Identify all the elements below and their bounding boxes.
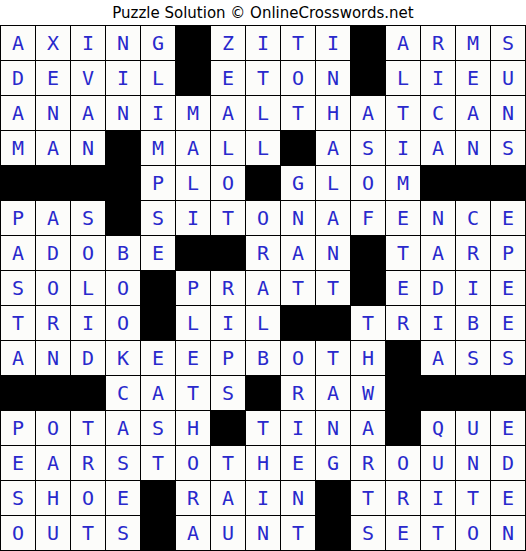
letter-cell-r9c2: R: [36, 306, 70, 340]
letter-cell-r1c9: T: [281, 26, 315, 60]
letter-cell-r12c9: I: [281, 411, 315, 445]
letter-cell-r4c13: A: [421, 131, 455, 165]
letter-cell-r5c12: M: [386, 166, 420, 200]
letter-cell-r13c7: T: [211, 446, 245, 480]
block-cell-r5c2: [36, 166, 70, 200]
block-cell-r11c1: [1, 376, 35, 410]
letter-cell-r1c8: I: [246, 26, 280, 60]
letter-cell-r11c11: W: [351, 376, 385, 410]
letter-cell-r8c10: T: [316, 271, 350, 305]
block-cell-r9c5: [141, 306, 175, 340]
block-cell-r5c14: [456, 166, 490, 200]
letter-cell-r14c4: E: [106, 481, 140, 515]
block-cell-r7c11: [351, 236, 385, 270]
letter-cell-r3c3: A: [71, 96, 105, 130]
letter-cell-r13c15: D: [491, 446, 525, 480]
letter-cell-r12c15: E: [491, 411, 525, 445]
letter-cell-r13c4: S: [106, 446, 140, 480]
letter-cell-r14c8: I: [246, 481, 280, 515]
letter-cell-r4c8: L: [246, 131, 280, 165]
letter-cell-r9c6: L: [176, 306, 210, 340]
letter-cell-r12c4: A: [106, 411, 140, 445]
letter-cell-r6c5: S: [141, 201, 175, 235]
letter-cell-r7c10: N: [316, 236, 350, 270]
letter-cell-r1c1: A: [1, 26, 35, 60]
letter-cell-r5c9: G: [281, 166, 315, 200]
block-cell-r1c11: [351, 26, 385, 60]
letter-cell-r12c3: T: [71, 411, 105, 445]
letter-cell-r3c14: A: [456, 96, 490, 130]
letter-cell-r9c15: E: [491, 306, 525, 340]
letter-cell-r11c10: A: [316, 376, 350, 410]
block-cell-r5c13: [421, 166, 455, 200]
letter-cell-r4c1: M: [1, 131, 35, 165]
letter-cell-r3c13: C: [421, 96, 455, 130]
letter-cell-r7c4: B: [106, 236, 140, 270]
letter-cell-r6c1: P: [1, 201, 35, 235]
block-cell-r5c8: [246, 166, 280, 200]
block-cell-r12c7: [211, 411, 245, 445]
letter-cell-r1c2: X: [36, 26, 70, 60]
letter-cell-r8c9: T: [281, 271, 315, 305]
letter-cell-r12c14: U: [456, 411, 490, 445]
block-cell-r8c5: [141, 271, 175, 305]
letter-cell-r11c4: C: [106, 376, 140, 410]
block-cell-r4c4: [106, 131, 140, 165]
letter-cell-r14c6: R: [176, 481, 210, 515]
letter-cell-r15c15: N: [491, 516, 525, 550]
letter-cell-r14c15: E: [491, 481, 525, 515]
letter-cell-r1c10: I: [316, 26, 350, 60]
block-cell-r11c2: [36, 376, 70, 410]
letter-cell-r6c14: C: [456, 201, 490, 235]
letter-cell-r10c2: N: [36, 341, 70, 375]
letter-cell-r8c13: D: [421, 271, 455, 305]
letter-cell-r12c1: P: [1, 411, 35, 445]
block-cell-r12c12: [386, 411, 420, 445]
letter-cell-r13c2: A: [36, 446, 70, 480]
letter-cell-r2c10: N: [316, 61, 350, 95]
letter-cell-r9c1: T: [1, 306, 35, 340]
letter-cell-r7c15: P: [491, 236, 525, 270]
letter-cell-r10c4: K: [106, 341, 140, 375]
letter-cell-r3c1: A: [1, 96, 35, 130]
block-cell-r5c4: [106, 166, 140, 200]
letter-cell-r10c5: E: [141, 341, 175, 375]
letter-cell-r4c2: A: [36, 131, 70, 165]
letter-cell-r1c13: R: [421, 26, 455, 60]
block-cell-r5c3: [71, 166, 105, 200]
letter-cell-r6c8: O: [246, 201, 280, 235]
block-cell-r2c6: [176, 61, 210, 95]
letter-cell-r3c4: N: [106, 96, 140, 130]
letter-cell-r5c6: L: [176, 166, 210, 200]
letter-cell-r9c11: T: [351, 306, 385, 340]
block-cell-r9c10: [316, 306, 350, 340]
block-cell-r5c1: [1, 166, 35, 200]
block-cell-r14c5: [141, 481, 175, 515]
letter-cell-r3c7: A: [211, 96, 245, 130]
letter-cell-r8c3: L: [71, 271, 105, 305]
block-cell-r11c12: [386, 376, 420, 410]
block-cell-r15c5: [141, 516, 175, 550]
letter-cell-r5c7: O: [211, 166, 245, 200]
letter-cell-r4c12: I: [386, 131, 420, 165]
letter-cell-r13c6: O: [176, 446, 210, 480]
letter-cell-r14c3: O: [71, 481, 105, 515]
letter-cell-r15c4: S: [106, 516, 140, 550]
letter-cell-r11c9: R: [281, 376, 315, 410]
letter-cell-r14c14: T: [456, 481, 490, 515]
letter-cell-r15c7: U: [211, 516, 245, 550]
letter-cell-r8c8: A: [246, 271, 280, 305]
letter-cell-r5c11: O: [351, 166, 385, 200]
block-cell-r11c15: [491, 376, 525, 410]
letter-cell-r4c14: N: [456, 131, 490, 165]
letter-cell-r7c13: A: [421, 236, 455, 270]
letter-cell-r9c7: I: [211, 306, 245, 340]
letter-cell-r12c2: O: [36, 411, 70, 445]
letter-cell-r15c8: N: [246, 516, 280, 550]
letter-cell-r2c7: E: [211, 61, 245, 95]
letter-cell-r1c4: N: [106, 26, 140, 60]
letter-cell-r3c9: T: [281, 96, 315, 130]
letter-cell-r2c1: D: [1, 61, 35, 95]
letter-cell-r2c4: I: [106, 61, 140, 95]
block-cell-r6c4: [106, 201, 140, 235]
letter-cell-r10c3: D: [71, 341, 105, 375]
letter-cell-r12c11: A: [351, 411, 385, 445]
block-cell-r1c6: [176, 26, 210, 60]
block-cell-r9c9: [281, 306, 315, 340]
letter-cell-r6c9: N: [281, 201, 315, 235]
letter-cell-r15c3: T: [71, 516, 105, 550]
letter-cell-r2c9: O: [281, 61, 315, 95]
letter-cell-r13c5: T: [141, 446, 175, 480]
letter-cell-r2c12: L: [386, 61, 420, 95]
letter-cell-r9c8: L: [246, 306, 280, 340]
block-cell-r14c10: [316, 481, 350, 515]
letter-cell-r12c6: H: [176, 411, 210, 445]
letter-cell-r9c3: I: [71, 306, 105, 340]
block-cell-r15c10: [316, 516, 350, 550]
letter-cell-r6c10: A: [316, 201, 350, 235]
block-cell-r4c9: [281, 131, 315, 165]
letter-cell-r4c11: S: [351, 131, 385, 165]
letter-cell-r2c15: U: [491, 61, 525, 95]
letter-cell-r15c11: S: [351, 516, 385, 550]
letter-cell-r2c8: T: [246, 61, 280, 95]
letter-cell-r12c13: Q: [421, 411, 455, 445]
letter-cell-r8c7: R: [211, 271, 245, 305]
letter-cell-r15c1: O: [1, 516, 35, 550]
letter-cell-r8c6: P: [176, 271, 210, 305]
letter-cell-r7c2: D: [36, 236, 70, 270]
block-cell-r2c11: [351, 61, 385, 95]
letter-cell-r2c14: E: [456, 61, 490, 95]
letter-cell-r7c8: R: [246, 236, 280, 270]
letter-cell-r8c4: O: [106, 271, 140, 305]
letter-cell-r3c5: I: [141, 96, 175, 130]
letter-cell-r9c14: B: [456, 306, 490, 340]
letter-cell-r10c1: A: [1, 341, 35, 375]
block-cell-r11c13: [421, 376, 455, 410]
letter-cell-r14c12: R: [386, 481, 420, 515]
letter-cell-r9c13: I: [421, 306, 455, 340]
letter-cell-r12c5: S: [141, 411, 175, 445]
letter-cell-r4c10: A: [316, 131, 350, 165]
block-cell-r8c11: [351, 271, 385, 305]
letter-cell-r15c12: E: [386, 516, 420, 550]
letter-cell-r6c2: A: [36, 201, 70, 235]
letter-cell-r3c8: L: [246, 96, 280, 130]
block-cell-r7c6: [176, 236, 210, 270]
letter-cell-r7c14: R: [456, 236, 490, 270]
letter-cell-r3c6: M: [176, 96, 210, 130]
letter-cell-r11c7: S: [211, 376, 245, 410]
letter-cell-r10c11: H: [351, 341, 385, 375]
letter-cell-r11c5: A: [141, 376, 175, 410]
letter-cell-r13c9: E: [281, 446, 315, 480]
letter-cell-r8c15: E: [491, 271, 525, 305]
puzzle-solution-page: Puzzle Solution © OnlineCrosswords.net A…: [0, 0, 526, 551]
letter-cell-r14c9: N: [281, 481, 315, 515]
letter-cell-r13c10: G: [316, 446, 350, 480]
letter-cell-r8c2: O: [36, 271, 70, 305]
letter-cell-r1c15: S: [491, 26, 525, 60]
letter-cell-r10c10: T: [316, 341, 350, 375]
letter-cell-r2c5: L: [141, 61, 175, 95]
letter-cell-r4c15: S: [491, 131, 525, 165]
letter-cell-r1c5: G: [141, 26, 175, 60]
letter-cell-r15c13: T: [421, 516, 455, 550]
letter-cell-r6c12: E: [386, 201, 420, 235]
letter-cell-r15c14: O: [456, 516, 490, 550]
letter-cell-r2c2: E: [36, 61, 70, 95]
letter-cell-r12c10: N: [316, 411, 350, 445]
letter-cell-r3c12: T: [386, 96, 420, 130]
letter-cell-r13c12: O: [386, 446, 420, 480]
letter-cell-r14c7: A: [211, 481, 245, 515]
letter-cell-r5c10: L: [316, 166, 350, 200]
letter-cell-r15c2: U: [36, 516, 70, 550]
letter-cell-r14c13: I: [421, 481, 455, 515]
letter-cell-r13c14: N: [456, 446, 490, 480]
letter-cell-r8c12: E: [386, 271, 420, 305]
letter-cell-r1c7: Z: [211, 26, 245, 60]
letter-cell-r13c1: E: [1, 446, 35, 480]
page-title: Puzzle Solution © OnlineCrosswords.net: [112, 4, 413, 22]
letter-cell-r3c15: N: [491, 96, 525, 130]
letter-cell-r15c9: T: [281, 516, 315, 550]
block-cell-r5c15: [491, 166, 525, 200]
letter-cell-r2c13: I: [421, 61, 455, 95]
letter-cell-r9c12: R: [386, 306, 420, 340]
letter-cell-r3c2: N: [36, 96, 70, 130]
letter-cell-r10c9: O: [281, 341, 315, 375]
letter-cell-r8c14: I: [456, 271, 490, 305]
letter-cell-r9c4: O: [106, 306, 140, 340]
crossword-grid: AXINGZITIARMSDEVILETONLIEUANANIMALTHATCA…: [0, 25, 526, 551]
letter-cell-r3c10: H: [316, 96, 350, 130]
letter-cell-r7c9: A: [281, 236, 315, 270]
letter-cell-r7c12: T: [386, 236, 420, 270]
letter-cell-r6c13: N: [421, 201, 455, 235]
letter-cell-r13c11: R: [351, 446, 385, 480]
letter-cell-r2c3: V: [71, 61, 105, 95]
letter-cell-r4c6: A: [176, 131, 210, 165]
block-cell-r11c8: [246, 376, 280, 410]
letter-cell-r6c6: I: [176, 201, 210, 235]
letter-cell-r4c3: N: [71, 131, 105, 165]
letter-cell-r3c11: A: [351, 96, 385, 130]
letter-cell-r1c12: A: [386, 26, 420, 60]
letter-cell-r10c6: E: [176, 341, 210, 375]
block-cell-r11c14: [456, 376, 490, 410]
letter-cell-r6c7: T: [211, 201, 245, 235]
letter-cell-r10c7: P: [211, 341, 245, 375]
letter-cell-r7c5: E: [141, 236, 175, 270]
letter-cell-r8c1: S: [1, 271, 35, 305]
letter-cell-r1c3: I: [71, 26, 105, 60]
letter-cell-r6c11: F: [351, 201, 385, 235]
block-cell-r11c3: [71, 376, 105, 410]
letter-cell-r13c8: H: [246, 446, 280, 480]
letter-cell-r7c1: A: [1, 236, 35, 270]
block-cell-r7c7: [211, 236, 245, 270]
letter-cell-r10c14: S: [456, 341, 490, 375]
letter-cell-r10c8: B: [246, 341, 280, 375]
letter-cell-r4c5: M: [141, 131, 175, 165]
title-bar: Puzzle Solution © OnlineCrosswords.net: [0, 0, 526, 25]
letter-cell-r14c1: S: [1, 481, 35, 515]
letter-cell-r6c3: S: [71, 201, 105, 235]
letter-cell-r7c3: O: [71, 236, 105, 270]
block-cell-r10c12: [386, 341, 420, 375]
letter-cell-r13c3: R: [71, 446, 105, 480]
letter-cell-r10c13: A: [421, 341, 455, 375]
letter-cell-r13c13: U: [421, 446, 455, 480]
letter-cell-r14c2: H: [36, 481, 70, 515]
letter-cell-r5c5: P: [141, 166, 175, 200]
letter-cell-r10c15: S: [491, 341, 525, 375]
letter-cell-r12c8: T: [246, 411, 280, 445]
letter-cell-r4c7: L: [211, 131, 245, 165]
letter-cell-r14c11: T: [351, 481, 385, 515]
letter-cell-r11c6: T: [176, 376, 210, 410]
letter-cell-r15c6: A: [176, 516, 210, 550]
letter-cell-r1c14: M: [456, 26, 490, 60]
letter-cell-r6c15: E: [491, 201, 525, 235]
